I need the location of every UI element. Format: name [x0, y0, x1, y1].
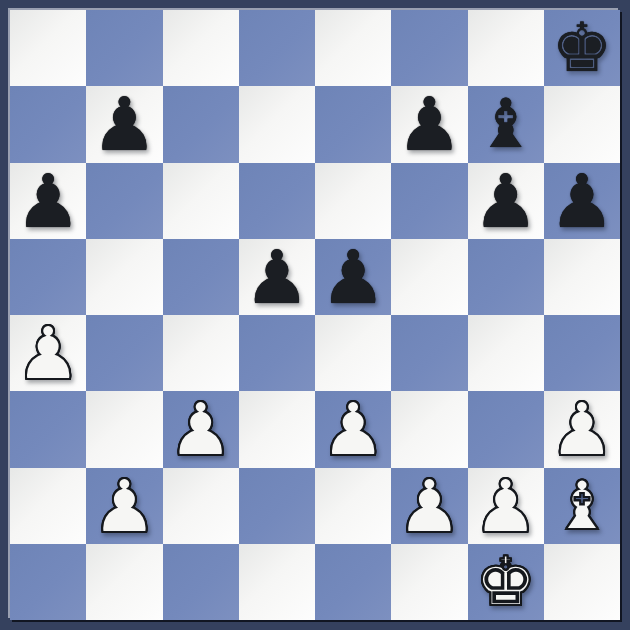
square-e3[interactable]: ♟: [315, 391, 391, 467]
square-d5[interactable]: ♟: [239, 239, 315, 315]
square-c2[interactable]: [163, 468, 239, 544]
piece-black-pawn-e5[interactable]: ♟: [320, 240, 386, 314]
board-frame: ♚♟♟♝♟♟♟♟♟♟♟♟♟♟♟♟♝♚: [0, 0, 630, 630]
square-c4[interactable]: [163, 315, 239, 391]
square-c1[interactable]: [163, 544, 239, 620]
square-d7[interactable]: [239, 86, 315, 162]
piece-black-pawn-a6[interactable]: ♟: [15, 164, 81, 238]
square-a5[interactable]: [10, 239, 86, 315]
square-c6[interactable]: [163, 163, 239, 239]
piece-white-pawn-b2[interactable]: ♟: [91, 469, 157, 543]
square-e8[interactable]: [315, 10, 391, 86]
square-g4[interactable]: [468, 315, 544, 391]
piece-black-king-h8[interactable]: ♚: [551, 14, 612, 82]
square-b1[interactable]: [86, 544, 162, 620]
square-d2[interactable]: [239, 468, 315, 544]
square-a7[interactable]: [10, 86, 86, 162]
square-f7[interactable]: ♟: [391, 86, 467, 162]
square-e4[interactable]: [315, 315, 391, 391]
square-e2[interactable]: [315, 468, 391, 544]
square-h7[interactable]: [544, 86, 620, 162]
square-g5[interactable]: [468, 239, 544, 315]
square-b4[interactable]: [86, 315, 162, 391]
square-f2[interactable]: ♟: [391, 468, 467, 544]
square-b3[interactable]: [86, 391, 162, 467]
square-g6[interactable]: ♟: [468, 163, 544, 239]
piece-white-pawn-f2[interactable]: ♟: [396, 469, 462, 543]
square-f4[interactable]: [391, 315, 467, 391]
square-h1[interactable]: [544, 544, 620, 620]
square-e1[interactable]: [315, 544, 391, 620]
square-g2[interactable]: ♟: [468, 468, 544, 544]
square-g3[interactable]: [468, 391, 544, 467]
piece-black-bishop-g7[interactable]: ♝: [475, 90, 536, 158]
square-h3[interactable]: ♟: [544, 391, 620, 467]
square-a8[interactable]: [10, 10, 86, 86]
square-h8[interactable]: ♚: [544, 10, 620, 86]
square-g1[interactable]: ♚: [468, 544, 544, 620]
piece-black-pawn-h6[interactable]: ♟: [549, 164, 615, 238]
piece-white-pawn-g2[interactable]: ♟: [472, 469, 538, 543]
piece-white-king-g1[interactable]: ♚: [475, 548, 536, 616]
square-a3[interactable]: [10, 391, 86, 467]
square-b6[interactable]: [86, 163, 162, 239]
square-d4[interactable]: [239, 315, 315, 391]
piece-white-pawn-h3[interactable]: ♟: [549, 392, 615, 466]
piece-black-pawn-d5[interactable]: ♟: [244, 240, 310, 314]
piece-white-pawn-a4[interactable]: ♟: [15, 316, 81, 390]
square-b2[interactable]: ♟: [86, 468, 162, 544]
piece-white-pawn-e3[interactable]: ♟: [320, 392, 386, 466]
piece-white-pawn-c3[interactable]: ♟: [167, 392, 233, 466]
piece-black-pawn-g6[interactable]: ♟: [472, 164, 538, 238]
square-d8[interactable]: [239, 10, 315, 86]
square-h5[interactable]: [544, 239, 620, 315]
square-f6[interactable]: [391, 163, 467, 239]
square-h6[interactable]: ♟: [544, 163, 620, 239]
square-b5[interactable]: [86, 239, 162, 315]
square-e6[interactable]: [315, 163, 391, 239]
square-c5[interactable]: [163, 239, 239, 315]
square-f1[interactable]: [391, 544, 467, 620]
square-c8[interactable]: [163, 10, 239, 86]
square-a1[interactable]: [10, 544, 86, 620]
square-d3[interactable]: [239, 391, 315, 467]
piece-white-bishop-h2[interactable]: ♝: [551, 472, 612, 540]
square-c3[interactable]: ♟: [163, 391, 239, 467]
square-e7[interactable]: [315, 86, 391, 162]
square-d6[interactable]: [239, 163, 315, 239]
square-h2[interactable]: ♝: [544, 468, 620, 544]
piece-black-pawn-b7[interactable]: ♟: [91, 87, 157, 161]
square-a4[interactable]: ♟: [10, 315, 86, 391]
square-e5[interactable]: ♟: [315, 239, 391, 315]
square-f8[interactable]: [391, 10, 467, 86]
square-h4[interactable]: [544, 315, 620, 391]
square-b8[interactable]: [86, 10, 162, 86]
square-f3[interactable]: [391, 391, 467, 467]
square-d1[interactable]: [239, 544, 315, 620]
chess-board: ♚♟♟♝♟♟♟♟♟♟♟♟♟♟♟♟♝♚: [10, 10, 620, 620]
square-g7[interactable]: ♝: [468, 86, 544, 162]
square-b7[interactable]: ♟: [86, 86, 162, 162]
square-a6[interactable]: ♟: [10, 163, 86, 239]
piece-black-pawn-f7[interactable]: ♟: [396, 87, 462, 161]
square-f5[interactable]: [391, 239, 467, 315]
square-g8[interactable]: [468, 10, 544, 86]
square-a2[interactable]: [10, 468, 86, 544]
square-c7[interactable]: [163, 86, 239, 162]
